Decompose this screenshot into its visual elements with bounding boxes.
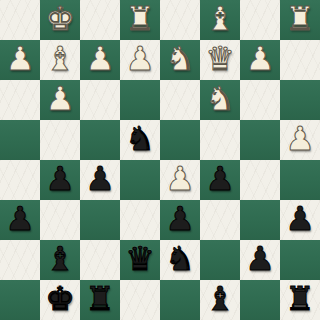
black-pawn-icon: ♟ (85, 160, 115, 199)
square-a4[interactable] (0, 160, 40, 200)
square-d2[interactable]: ♛ (120, 240, 160, 280)
black-rook-icon: ♜ (285, 280, 315, 319)
black-bishop-icon: ♝ (205, 280, 235, 319)
black-pawn-icon: ♟ (285, 200, 315, 239)
square-g5[interactable] (240, 120, 280, 160)
square-a5[interactable] (0, 120, 40, 160)
square-h3[interactable]: ♟ (280, 200, 320, 240)
square-d4[interactable] (120, 160, 160, 200)
square-h4[interactable] (280, 160, 320, 200)
square-a8[interactable] (0, 0, 40, 40)
square-d5[interactable]: ♞ (120, 120, 160, 160)
square-d8[interactable]: ♜ (120, 0, 160, 40)
square-c6[interactable] (80, 80, 120, 120)
square-b1[interactable]: ♚ (40, 280, 80, 320)
square-f3[interactable] (200, 200, 240, 240)
square-h1[interactable]: ♜ (280, 280, 320, 320)
square-h7[interactable] (280, 40, 320, 80)
square-b6[interactable]: ♟ (40, 80, 80, 120)
square-d3[interactable] (120, 200, 160, 240)
black-rook-icon: ♜ (85, 280, 115, 319)
white-knight-icon: ♞ (165, 40, 195, 79)
black-king-icon: ♚ (45, 280, 75, 319)
square-f2[interactable] (200, 240, 240, 280)
white-pawn-icon: ♟ (245, 40, 275, 79)
square-c5[interactable] (80, 120, 120, 160)
square-b3[interactable] (40, 200, 80, 240)
square-f6[interactable]: ♞ (200, 80, 240, 120)
square-f7[interactable]: ♛ (200, 40, 240, 80)
white-rook-icon: ♜ (125, 0, 155, 39)
square-b5[interactable] (40, 120, 80, 160)
black-pawn-icon: ♟ (245, 240, 275, 279)
square-e7[interactable]: ♞ (160, 40, 200, 80)
square-e8[interactable] (160, 0, 200, 40)
white-pawn-icon: ♟ (45, 80, 75, 119)
square-c1[interactable]: ♜ (80, 280, 120, 320)
square-g7[interactable]: ♟ (240, 40, 280, 80)
square-f4[interactable]: ♟ (200, 160, 240, 200)
square-c7[interactable]: ♟ (80, 40, 120, 80)
square-e6[interactable] (160, 80, 200, 120)
square-e3[interactable]: ♟ (160, 200, 200, 240)
white-knight-icon: ♞ (205, 80, 235, 119)
square-b2[interactable]: ♝ (40, 240, 80, 280)
chess-board: ♚♜♝♜♟♝♟♟♞♛♟♟♞♞♟♟♟♟♟♟♟♟♝♛♞♟♚♜♝♜ (0, 0, 320, 320)
square-d7[interactable]: ♟ (120, 40, 160, 80)
white-bishop-icon: ♝ (45, 40, 75, 79)
black-knight-icon: ♞ (125, 120, 155, 159)
square-f1[interactable]: ♝ (200, 280, 240, 320)
square-e5[interactable] (160, 120, 200, 160)
black-pawn-icon: ♟ (205, 160, 235, 199)
white-queen-icon: ♛ (205, 40, 235, 79)
black-pawn-icon: ♟ (165, 200, 195, 239)
square-b4[interactable]: ♟ (40, 160, 80, 200)
white-pawn-icon: ♟ (165, 160, 195, 199)
square-a7[interactable]: ♟ (0, 40, 40, 80)
square-h5[interactable]: ♟ (280, 120, 320, 160)
square-e1[interactable] (160, 280, 200, 320)
square-d1[interactable] (120, 280, 160, 320)
square-f5[interactable] (200, 120, 240, 160)
square-a1[interactable] (0, 280, 40, 320)
white-pawn-icon: ♟ (85, 40, 115, 79)
square-b7[interactable]: ♝ (40, 40, 80, 80)
white-pawn-icon: ♟ (285, 120, 315, 159)
white-bishop-icon: ♝ (205, 0, 235, 39)
white-king-icon: ♚ (45, 0, 75, 39)
black-queen-icon: ♛ (125, 240, 155, 279)
square-d6[interactable] (120, 80, 160, 120)
square-e4[interactable]: ♟ (160, 160, 200, 200)
square-b8[interactable]: ♚ (40, 0, 80, 40)
black-bishop-icon: ♝ (45, 240, 75, 279)
white-rook-icon: ♜ (285, 0, 315, 39)
square-c8[interactable] (80, 0, 120, 40)
square-g3[interactable] (240, 200, 280, 240)
square-h6[interactable] (280, 80, 320, 120)
square-a3[interactable]: ♟ (0, 200, 40, 240)
square-g1[interactable] (240, 280, 280, 320)
square-g8[interactable] (240, 0, 280, 40)
square-a2[interactable] (0, 240, 40, 280)
square-a6[interactable] (0, 80, 40, 120)
black-knight-icon: ♞ (165, 240, 195, 279)
white-pawn-icon: ♟ (5, 40, 35, 79)
square-g6[interactable] (240, 80, 280, 120)
square-f8[interactable]: ♝ (200, 0, 240, 40)
square-g4[interactable] (240, 160, 280, 200)
white-pawn-icon: ♟ (125, 40, 155, 79)
square-c4[interactable]: ♟ (80, 160, 120, 200)
square-g2[interactable]: ♟ (240, 240, 280, 280)
square-h8[interactable]: ♜ (280, 0, 320, 40)
square-e2[interactable]: ♞ (160, 240, 200, 280)
black-pawn-icon: ♟ (5, 200, 35, 239)
square-c3[interactable] (80, 200, 120, 240)
square-c2[interactable] (80, 240, 120, 280)
square-h2[interactable] (280, 240, 320, 280)
black-pawn-icon: ♟ (45, 160, 75, 199)
